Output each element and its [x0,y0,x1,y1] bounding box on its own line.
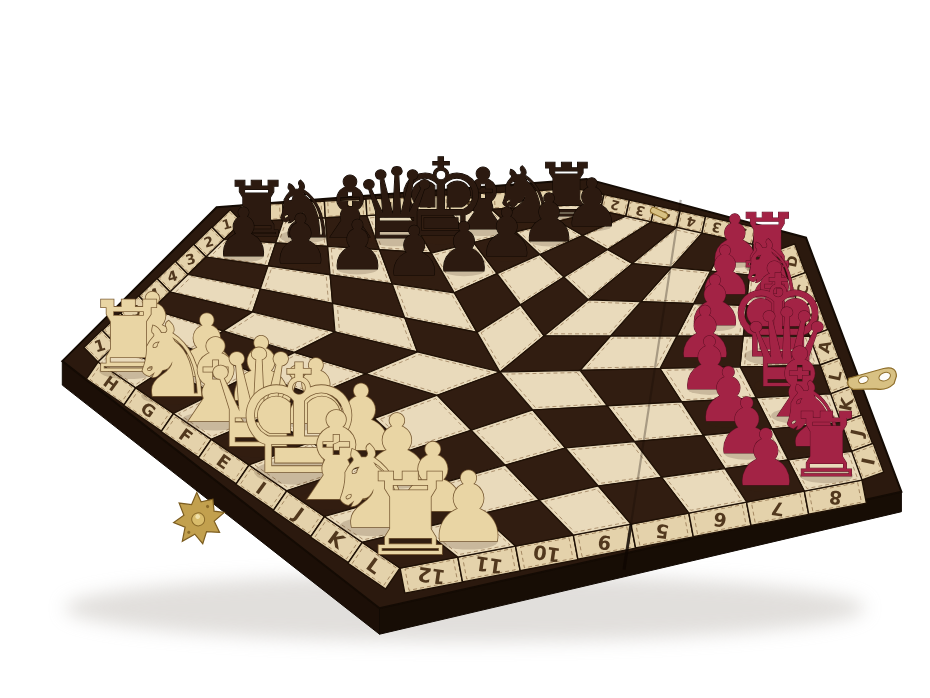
black-pawn-p3: ♟ [384,212,445,291]
border-coordinate-label: 10 [532,540,562,567]
black-pawn-p0: ♟ [213,194,273,272]
three-player-chess-board: EFGHABCD12344321DCBALKJI12111095678HGFEI… [0,0,930,698]
black-pawn-p1: ♟ [270,200,331,279]
three-player-chess-photo: EFGHABCD12344321DCBALKJI12111095678HGFEI… [0,0,930,698]
red-pawn-p7: ♟ [731,413,801,503]
black-pawn-p2: ♟ [327,206,388,285]
white-rook-7: ♜ [360,449,461,581]
